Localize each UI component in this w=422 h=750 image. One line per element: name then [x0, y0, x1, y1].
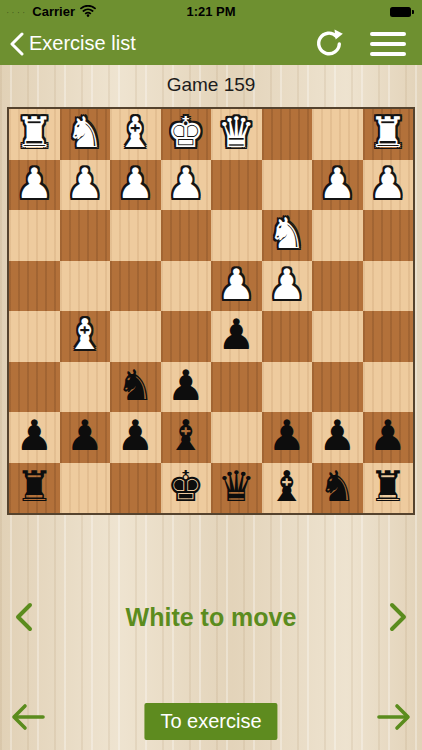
square-h7[interactable]: ♟ [9, 412, 60, 463]
square-e4[interactable] [161, 261, 212, 312]
piece-bR: ♜ [369, 466, 407, 508]
turn-indicator: White to move [0, 603, 422, 632]
square-a8[interactable]: ♜ [363, 463, 414, 514]
square-f6[interactable]: ♞ [110, 362, 161, 413]
square-h8[interactable]: ♜ [9, 463, 60, 514]
piece-bR: ♜ [15, 466, 53, 508]
clock: 1:21 PM [0, 4, 422, 19]
square-g8[interactable] [60, 463, 111, 514]
square-a4[interactable] [363, 261, 414, 312]
square-a6[interactable] [363, 362, 414, 413]
piece-wQ: ♛ [217, 112, 255, 154]
piece-bP: ♟ [116, 415, 154, 457]
piece-bP: ♟ [369, 415, 407, 457]
piece-wK: ♚ [167, 112, 205, 154]
piece-wP: ♟ [369, 163, 407, 205]
square-d8[interactable]: ♛ [211, 463, 262, 514]
piece-wR: ♜ [15, 112, 53, 154]
square-g5[interactable]: ♝ [60, 311, 111, 362]
piece-bP: ♟ [66, 415, 104, 457]
to-exercise-button[interactable]: To exercise [144, 703, 277, 740]
piece-bQ: ♛ [217, 466, 255, 508]
piece-bP: ♟ [217, 314, 255, 356]
square-d7[interactable] [211, 412, 262, 463]
navigation-bar: Exercise list [0, 22, 422, 65]
square-e5[interactable] [161, 311, 212, 362]
square-b5[interactable] [312, 311, 363, 362]
piece-bN: ♞ [318, 466, 356, 508]
piece-wP: ♟ [66, 163, 104, 205]
square-c8[interactable]: ♝ [262, 463, 313, 514]
square-f1[interactable]: ♝ [110, 109, 161, 160]
square-b4[interactable] [312, 261, 363, 312]
square-e3[interactable] [161, 210, 212, 261]
forward-arrow-button[interactable] [376, 702, 412, 732]
piece-wP: ♟ [15, 163, 53, 205]
square-c7[interactable]: ♟ [262, 412, 313, 463]
square-d2[interactable] [211, 160, 262, 211]
square-f7[interactable]: ♟ [110, 412, 161, 463]
status-bar: ···· Carrier 1:21 PM [0, 0, 422, 22]
square-g7[interactable]: ♟ [60, 412, 111, 463]
square-f3[interactable] [110, 210, 161, 261]
square-h3[interactable] [9, 210, 60, 261]
square-c2[interactable] [262, 160, 313, 211]
page-title: Game 159 [0, 74, 422, 96]
square-a7[interactable]: ♟ [363, 412, 414, 463]
square-b6[interactable] [312, 362, 363, 413]
square-g3[interactable] [60, 210, 111, 261]
piece-wP: ♟ [217, 264, 255, 306]
piece-bP: ♟ [167, 365, 205, 407]
square-g2[interactable]: ♟ [60, 160, 111, 211]
next-exercise-chevron-button[interactable] [388, 602, 408, 632]
chevron-left-icon [10, 32, 24, 56]
square-g1[interactable]: ♞ [60, 109, 111, 160]
piece-wB: ♝ [116, 112, 154, 154]
square-c5[interactable] [262, 311, 313, 362]
square-h5[interactable] [9, 311, 60, 362]
square-b3[interactable] [312, 210, 363, 261]
piece-bN: ♞ [116, 365, 154, 407]
piece-bB: ♝ [167, 415, 205, 457]
piece-wP: ♟ [116, 163, 154, 205]
square-b7[interactable]: ♟ [312, 412, 363, 463]
piece-bP: ♟ [15, 415, 53, 457]
square-a5[interactable] [363, 311, 414, 362]
square-f4[interactable] [110, 261, 161, 312]
battery-icon [390, 6, 414, 17]
piece-bP: ♟ [318, 415, 356, 457]
square-b8[interactable]: ♞ [312, 463, 363, 514]
square-d3[interactable] [211, 210, 262, 261]
piece-wN: ♞ [66, 112, 104, 154]
square-d5[interactable]: ♟ [211, 311, 262, 362]
piece-wN: ♞ [268, 213, 306, 255]
piece-wP: ♟ [167, 163, 205, 205]
square-d1[interactable]: ♛ [211, 109, 262, 160]
square-b1[interactable] [312, 109, 363, 160]
square-e2[interactable]: ♟ [161, 160, 212, 211]
square-h1[interactable]: ♜ [9, 109, 60, 160]
square-h6[interactable] [9, 362, 60, 413]
back-arrow-button[interactable] [10, 702, 46, 732]
chess-board: ♜♞♝♚♛♜♟♟♟♟♟♟♞♟♟♝♟♞♟♟♟♟♝♟♟♟♜♚♛♝♞♜ [7, 107, 415, 515]
hamburger-menu-button[interactable] [370, 32, 406, 56]
piece-bK: ♚ [167, 466, 205, 508]
square-h4[interactable] [9, 261, 60, 312]
piece-bP: ♟ [268, 415, 306, 457]
square-c3[interactable]: ♞ [262, 210, 313, 261]
square-g4[interactable] [60, 261, 111, 312]
back-button[interactable]: Exercise list [10, 32, 136, 56]
square-a2[interactable]: ♟ [363, 160, 414, 211]
square-e1[interactable]: ♚ [161, 109, 212, 160]
turn-row: White to move [0, 594, 422, 640]
square-c4[interactable]: ♟ [262, 261, 313, 312]
square-g6[interactable] [60, 362, 111, 413]
square-a1[interactable]: ♜ [363, 109, 414, 160]
footer-bar: To exercise [0, 694, 422, 744]
square-b2[interactable]: ♟ [312, 160, 363, 211]
piece-wR: ♜ [369, 112, 407, 154]
piece-wP: ♟ [318, 163, 356, 205]
square-f2[interactable]: ♟ [110, 160, 161, 211]
square-e6[interactable]: ♟ [161, 362, 212, 413]
square-f8[interactable] [110, 463, 161, 514]
back-button-label: Exercise list [29, 32, 136, 55]
piece-bB: ♝ [268, 466, 306, 508]
square-e8[interactable]: ♚ [161, 463, 212, 514]
square-f5[interactable] [110, 311, 161, 362]
square-c1[interactable] [262, 109, 313, 160]
square-d4[interactable]: ♟ [211, 261, 262, 312]
piece-wB: ♝ [66, 314, 104, 356]
square-e7[interactable]: ♝ [161, 412, 212, 463]
square-c6[interactable] [262, 362, 313, 413]
app-screen: ···· Carrier 1:21 PM Exercis [0, 0, 422, 750]
square-d6[interactable] [211, 362, 262, 413]
square-a3[interactable] [363, 210, 414, 261]
piece-wP: ♟ [268, 264, 306, 306]
square-h2[interactable]: ♟ [9, 160, 60, 211]
refresh-button[interactable] [314, 29, 344, 59]
